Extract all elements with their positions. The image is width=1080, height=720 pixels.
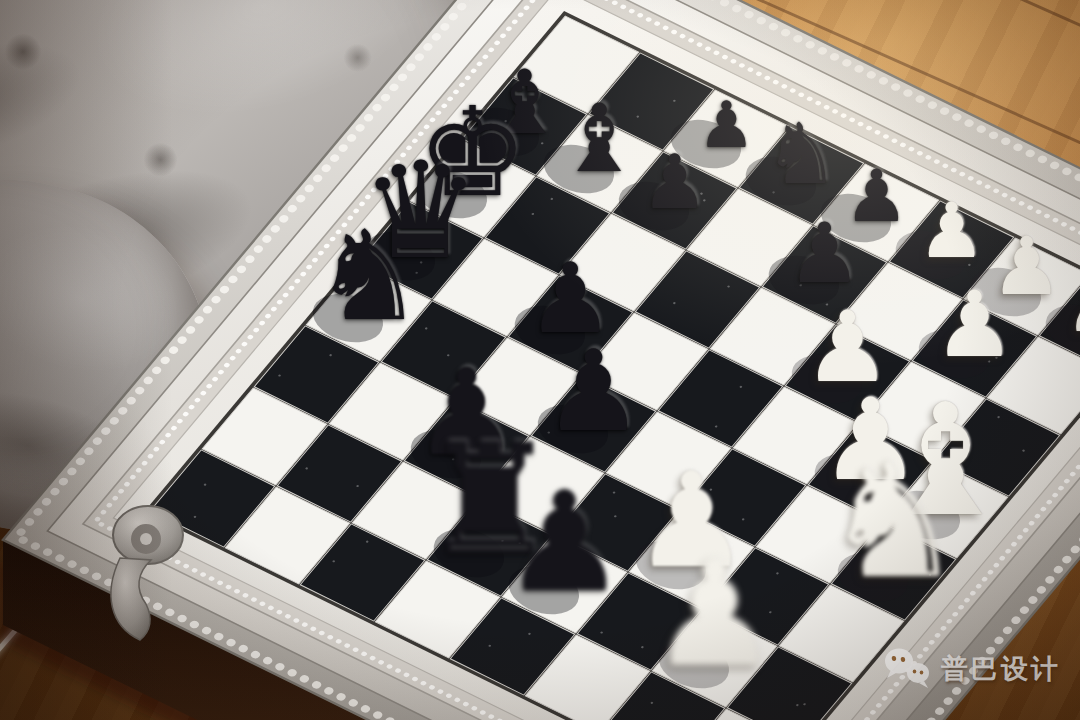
chessboard (0, 0, 1080, 720)
chess-photo-scene: ♝♚♛♞♝♟♟♟♟♞♟♜♟♟♟♟♟♟♟♟♟♟♟♝♞ 普巴设计 (0, 0, 1080, 720)
watermark: 普巴设计 (882, 646, 1061, 692)
wechat-icon (882, 646, 934, 692)
watermark-text: 普巴设计 (941, 651, 1061, 687)
